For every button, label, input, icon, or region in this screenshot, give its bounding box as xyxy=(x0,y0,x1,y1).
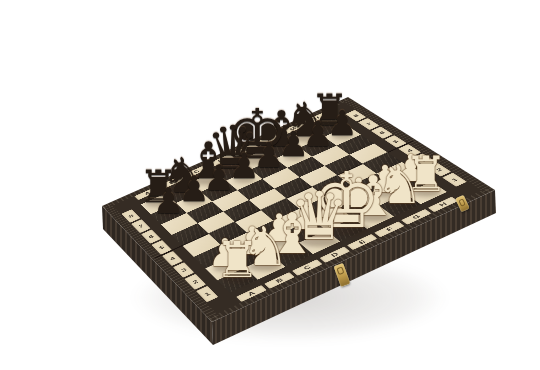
chess-set-photo-scene: AA88BB77CC66DD55EE44FF33GG22HH11 ♜♞♝♛♚♝♞… xyxy=(0,0,540,370)
piece-black-pawn-a7[interactable]: ♟ xyxy=(153,182,185,217)
piece-white-rook-a1[interactable]: ♜ xyxy=(215,236,260,286)
